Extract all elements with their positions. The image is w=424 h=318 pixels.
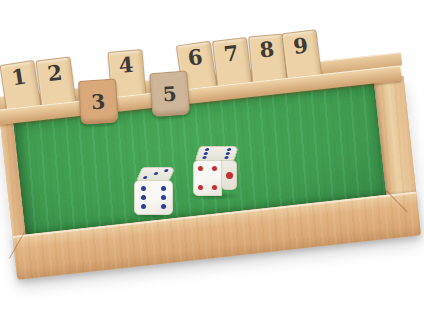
die-pip-cell <box>148 202 158 211</box>
left-die[interactable] <box>134 167 173 215</box>
die-pip <box>161 204 166 209</box>
die-front-row <box>134 180 173 215</box>
die-pip <box>161 195 166 200</box>
die-pip-cell <box>220 155 232 159</box>
tile-number: 9 <box>292 34 309 57</box>
die-pip-cell <box>197 173 204 182</box>
die-side-face <box>222 160 237 190</box>
die-pip <box>198 166 203 171</box>
die-front-face <box>134 180 173 215</box>
tile-number: 1 <box>10 65 28 88</box>
die-pip <box>141 204 146 209</box>
tile-number: 5 <box>162 83 177 104</box>
die-pip <box>143 176 148 179</box>
die-pip-cell <box>197 164 204 173</box>
tile-number: 2 <box>46 62 63 85</box>
die-pip-cell <box>211 183 218 192</box>
right-die[interactable] <box>193 146 237 196</box>
tile-number: 8 <box>259 38 276 60</box>
die-pip-cell <box>211 164 218 173</box>
die-pip-cell <box>148 184 158 193</box>
die-pip-cell <box>197 183 204 192</box>
die-pip-cell <box>159 184 169 193</box>
tile-5[interactable]: 5 <box>149 71 190 118</box>
die-pip <box>198 185 203 190</box>
die-pip-cell <box>138 184 148 193</box>
die-pip <box>202 156 207 159</box>
die-pip-cell <box>159 202 169 211</box>
tile-3[interactable]: 3 <box>78 79 119 125</box>
die-pip-cell <box>138 193 148 202</box>
tile-number: 6 <box>186 46 204 69</box>
die-pip-cell <box>158 176 168 179</box>
die-top-face <box>136 167 176 180</box>
die-pip <box>141 186 146 191</box>
die-pip-cell <box>211 173 218 182</box>
tile-number: 7 <box>223 42 240 65</box>
die-front-face <box>193 160 222 196</box>
die-pip <box>224 156 229 159</box>
shut-the-box-game: 123456789 <box>0 0 424 318</box>
die-top-face <box>195 146 240 160</box>
tile-number: 3 <box>91 91 106 112</box>
die-pip <box>212 166 217 171</box>
die-pip-cell <box>204 173 211 182</box>
die-pip-cell <box>148 193 158 202</box>
die-pip <box>161 186 166 191</box>
die-pip <box>141 195 146 200</box>
tile-number: 4 <box>118 54 134 76</box>
die-pip <box>226 172 233 179</box>
die-pip <box>212 185 217 190</box>
die-front-row <box>193 160 237 196</box>
die-pip-cell <box>159 193 169 202</box>
die-pip-cell <box>204 183 211 192</box>
die-pip-cell <box>138 202 148 211</box>
die-pip-cell <box>204 164 211 173</box>
